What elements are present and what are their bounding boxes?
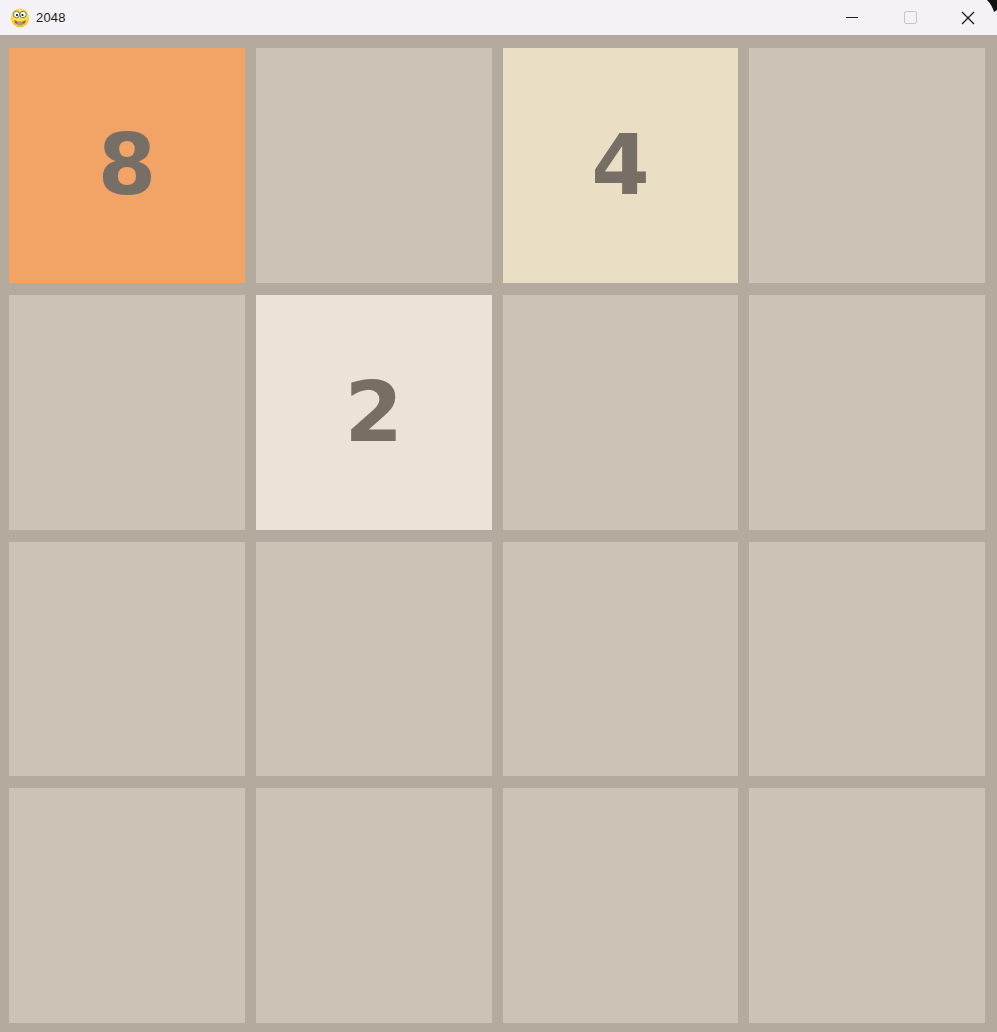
- empty-cell: [749, 295, 985, 530]
- cursor-artifact: [985, 0, 997, 15]
- empty-cell: [256, 542, 492, 777]
- minimize-button[interactable]: [823, 0, 881, 35]
- empty-cell: [749, 788, 985, 1023]
- empty-cell: [749, 48, 985, 283]
- empty-cell: [503, 295, 739, 530]
- close-icon: [961, 11, 975, 25]
- title-bar[interactable]: 2048: [0, 0, 997, 35]
- empty-cell: [503, 788, 739, 1023]
- empty-cell: [9, 788, 245, 1023]
- empty-cell: [749, 542, 985, 777]
- tile-8: 8: [9, 48, 245, 283]
- window-title: 2048: [36, 0, 66, 35]
- minimize-icon: [846, 17, 858, 18]
- empty-cell: [9, 542, 245, 777]
- empty-cell: [503, 542, 739, 777]
- tk-mascot-icon: [10, 8, 30, 28]
- tile-2: 2: [256, 295, 492, 530]
- game-board[interactable]: 842: [0, 35, 997, 1032]
- maximize-button[interactable]: [881, 0, 939, 35]
- empty-cell: [9, 295, 245, 530]
- maximize-icon: [904, 11, 917, 24]
- tile-4: 4: [503, 48, 739, 283]
- empty-cell: [256, 48, 492, 283]
- board-grid: 842: [9, 48, 985, 1023]
- empty-cell: [256, 788, 492, 1023]
- app-window: 2048 842: [0, 0, 997, 1032]
